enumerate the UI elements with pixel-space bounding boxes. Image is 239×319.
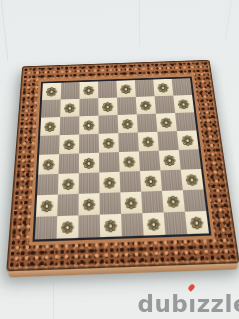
square-d1: ❁	[100, 214, 122, 237]
square-e8: ❁	[116, 80, 135, 97]
square-g8: ❁	[153, 79, 173, 96]
square-a8: ❁	[42, 83, 61, 100]
square-a4: ❁	[38, 154, 59, 174]
carved-wooden-frame: ❁❁❁❁❁❁❁❁❁❁❁❁❁❁❁❁❁❁❁❁❁❁❁❁❁❁❁❁❁❁❁❁	[6, 60, 239, 271]
rosette-ornament: ❁	[181, 133, 195, 148]
square-g3	[160, 170, 182, 191]
square-d2	[100, 192, 122, 214]
square-c8: ❁	[80, 81, 99, 98]
square-g2: ❁	[162, 190, 185, 212]
rosette-ornament: ❁	[44, 120, 57, 134]
square-g5	[157, 131, 178, 151]
frame-inner-strip: ❁❁❁❁❁❁❁❁❁❁❁❁❁❁❁❁❁❁❁❁❁❁❁❁❁❁❁❁❁❁❁❁	[29, 74, 215, 245]
square-e4: ❁	[119, 151, 140, 171]
square-d7: ❁	[98, 98, 117, 116]
rosette-ornament: ❁	[83, 118, 95, 132]
dubizzle-watermark: dubızzle	[138, 291, 239, 317]
rosette-ornament: ❁	[142, 135, 155, 150]
rosette-ornament: ❁	[160, 116, 173, 130]
square-a2: ❁	[36, 195, 58, 217]
rosette-ornament: ❁	[147, 216, 162, 233]
board-side-edge	[8, 263, 238, 277]
square-e3	[120, 171, 142, 192]
square-f3: ❁	[140, 170, 162, 191]
photo-scene: ❁❁❁❁❁❁❁❁❁❁❁❁❁❁❁❁❁❁❁❁❁❁❁❁❁❁❁❁❁❁❁❁ dubızzl…	[0, 0, 239, 319]
square-d3: ❁	[99, 172, 120, 193]
rosette-ornament: ❁	[189, 214, 204, 231]
board-grid: ❁❁❁❁❁❁❁❁❁❁❁❁❁❁❁❁❁❁❁❁❁❁❁❁❁❁❁❁❁❁❁❁	[35, 78, 209, 239]
rosette-ornament: ❁	[123, 154, 136, 169]
square-f2	[141, 191, 164, 213]
square-b5: ❁	[59, 135, 79, 155]
square-d5: ❁	[99, 133, 119, 153]
square-e5	[118, 132, 139, 152]
square-a6: ❁	[40, 117, 60, 136]
square-a3	[37, 174, 58, 195]
square-g1	[164, 212, 188, 235]
square-a5	[39, 135, 60, 155]
rosette-ornament: ❁	[82, 196, 95, 213]
square-h8	[172, 78, 192, 95]
square-b1: ❁	[57, 215, 79, 238]
watermark-text-suffix: zzle	[197, 291, 239, 317]
square-a7	[41, 100, 61, 118]
square-e2: ❁	[120, 192, 142, 214]
rosette-ornament: ❁	[121, 117, 134, 131]
square-h7: ❁	[173, 95, 194, 113]
square-e1	[121, 213, 144, 236]
rosette-ornament: ❁	[63, 137, 76, 152]
rosette-ornament: ❁	[46, 85, 58, 98]
watermark-letter-i: ı	[188, 291, 196, 317]
square-d6	[98, 115, 118, 134]
rosette-ornament: ❁	[144, 174, 158, 190]
square-c5	[79, 134, 99, 154]
square-b8	[61, 82, 80, 99]
square-b3: ❁	[58, 173, 79, 194]
rosette-ornament: ❁	[177, 98, 190, 111]
square-f6	[137, 114, 158, 133]
square-f5: ❁	[138, 132, 159, 152]
rosette-ornament: ❁	[64, 102, 76, 116]
square-f7: ❁	[136, 96, 156, 114]
square-c7	[79, 98, 98, 116]
square-c1	[78, 215, 100, 238]
floor-tile-grout-line	[139, 0, 140, 46]
square-h4	[179, 149, 201, 169]
rosette-ornament: ❁	[157, 81, 170, 94]
square-h3: ❁	[181, 169, 204, 190]
floor-tile-grout-line	[225, 0, 232, 40]
square-h1: ❁	[185, 211, 209, 234]
square-b7: ❁	[60, 99, 79, 117]
square-g7	[155, 96, 176, 114]
square-h6	[175, 112, 196, 131]
floor-tile-grout-line	[1, 0, 9, 61]
square-b6	[60, 116, 80, 135]
chessboard: ❁❁❁❁❁❁❁❁❁❁❁❁❁❁❁❁❁❁❁❁❁❁❁❁❁❁❁❁❁❁❁❁	[6, 60, 239, 271]
square-h2	[183, 189, 206, 211]
square-f1: ❁	[142, 212, 165, 235]
square-g4: ❁	[159, 150, 181, 170]
rosette-ornament: ❁	[62, 176, 75, 192]
square-c6: ❁	[79, 116, 99, 135]
rosette-ornament: ❁	[163, 153, 177, 168]
rosette-ornament: ❁	[120, 83, 132, 96]
square-d8	[98, 81, 117, 98]
square-g6: ❁	[156, 113, 177, 132]
square-c2: ❁	[79, 193, 100, 215]
rosette-ornament: ❁	[83, 156, 96, 171]
square-h5: ❁	[177, 130, 199, 150]
square-e6: ❁	[118, 114, 138, 133]
square-c3	[79, 173, 100, 194]
rosette-ornament: ❁	[124, 195, 138, 212]
watermark-text-prefix: dub	[138, 291, 189, 317]
rosette-ornament: ❁	[102, 100, 114, 114]
square-f4	[139, 151, 160, 171]
rosette-ornament: ❁	[61, 219, 75, 236]
rosette-ornament: ❁	[102, 136, 115, 151]
rosette-ornament: ❁	[166, 193, 181, 210]
square-c4: ❁	[79, 153, 99, 173]
square-b4	[59, 153, 80, 173]
rosette-ornament: ❁	[83, 84, 95, 97]
rosette-ornament: ❁	[40, 198, 54, 215]
board-inner-border: ❁❁❁❁❁❁❁❁❁❁❁❁❁❁❁❁❁❁❁❁❁❁❁❁❁❁❁❁❁❁❁❁	[32, 77, 211, 242]
rosette-ornament: ❁	[42, 157, 55, 172]
rosette-ornament: ❁	[103, 175, 116, 191]
square-a1	[35, 216, 57, 239]
watermark-dotless-i: ı	[188, 291, 196, 317]
square-b2	[57, 194, 78, 216]
rosette-ornament: ❁	[104, 217, 118, 234]
square-e7	[117, 97, 137, 115]
rosette-ornament: ❁	[185, 172, 200, 188]
floor-tile-grout-line	[53, 282, 54, 319]
rosette-ornament: ❁	[139, 99, 152, 112]
square-f8	[135, 80, 155, 97]
square-d4	[99, 152, 120, 172]
